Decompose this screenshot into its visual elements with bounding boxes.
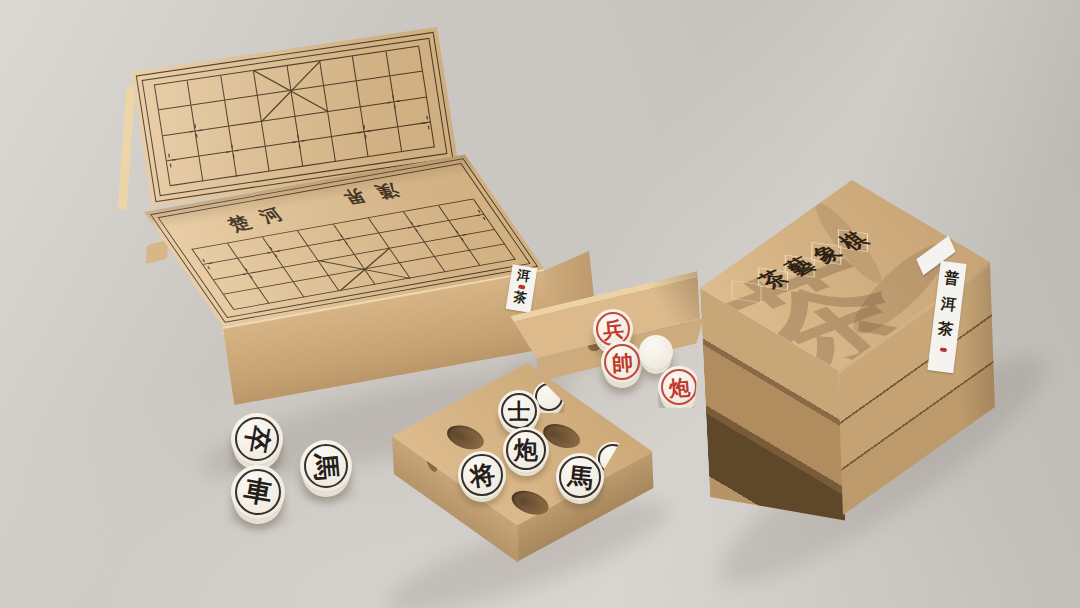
label-char: 茶 [512,289,527,307]
label-char: 洱 [940,295,957,313]
piece-shuai-red: 帥 [601,341,643,383]
title-plaque: 象 [811,242,841,265]
piece-blank-top [639,335,673,369]
piece-ma-black-loose: 馬 [300,440,352,492]
piece-shi-black: 士 [498,390,540,432]
title-plaque: 茶 [758,267,788,290]
xiangqi-gift-set-scene: 楚河 漢界 洱 茶 茶 茶 藝 象 棋 [0,0,1080,608]
piece-pao-black: 炮 [503,427,549,473]
tray-hole [440,421,492,454]
title-plaque: 藝 [785,255,815,278]
piece-pao-red: 炮 [658,366,700,408]
piece-ma-black: 馬 [556,453,604,501]
box-title: 茶 藝 象 棋 [720,207,913,308]
red-seal-mark [939,347,946,352]
board-side-edge [118,86,136,210]
label-char: 茶 [937,320,954,338]
piece-jiang-black: 将 [458,451,506,499]
title-plaque: 棋 [838,229,868,252]
label-char: 洱 [516,267,531,285]
piece-ju-black-loose: 車 [231,465,285,519]
piece-zu-black-loose: 卒 [231,413,283,465]
empty-title-plaque [732,280,762,303]
label-char: 普 [943,269,960,287]
